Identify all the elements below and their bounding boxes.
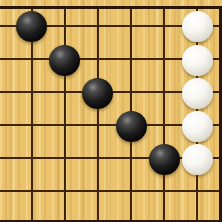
- black-stone: [49, 45, 80, 76]
- go-board[interactable]: [0, 0, 222, 222]
- grid-line-horizontal: [0, 190, 221, 192]
- board-top-edge: [0, 6, 222, 9]
- white-stone: [182, 45, 213, 76]
- white-stone: [182, 111, 213, 142]
- black-stone: [82, 78, 113, 109]
- black-stone: [116, 111, 147, 142]
- white-stone: [182, 78, 213, 109]
- board-bottom-edge: [0, 220, 222, 222]
- white-stone: [182, 11, 213, 42]
- white-stone: [182, 144, 213, 175]
- board-right-edge: [219, 6, 222, 222]
- black-stone: [149, 144, 180, 175]
